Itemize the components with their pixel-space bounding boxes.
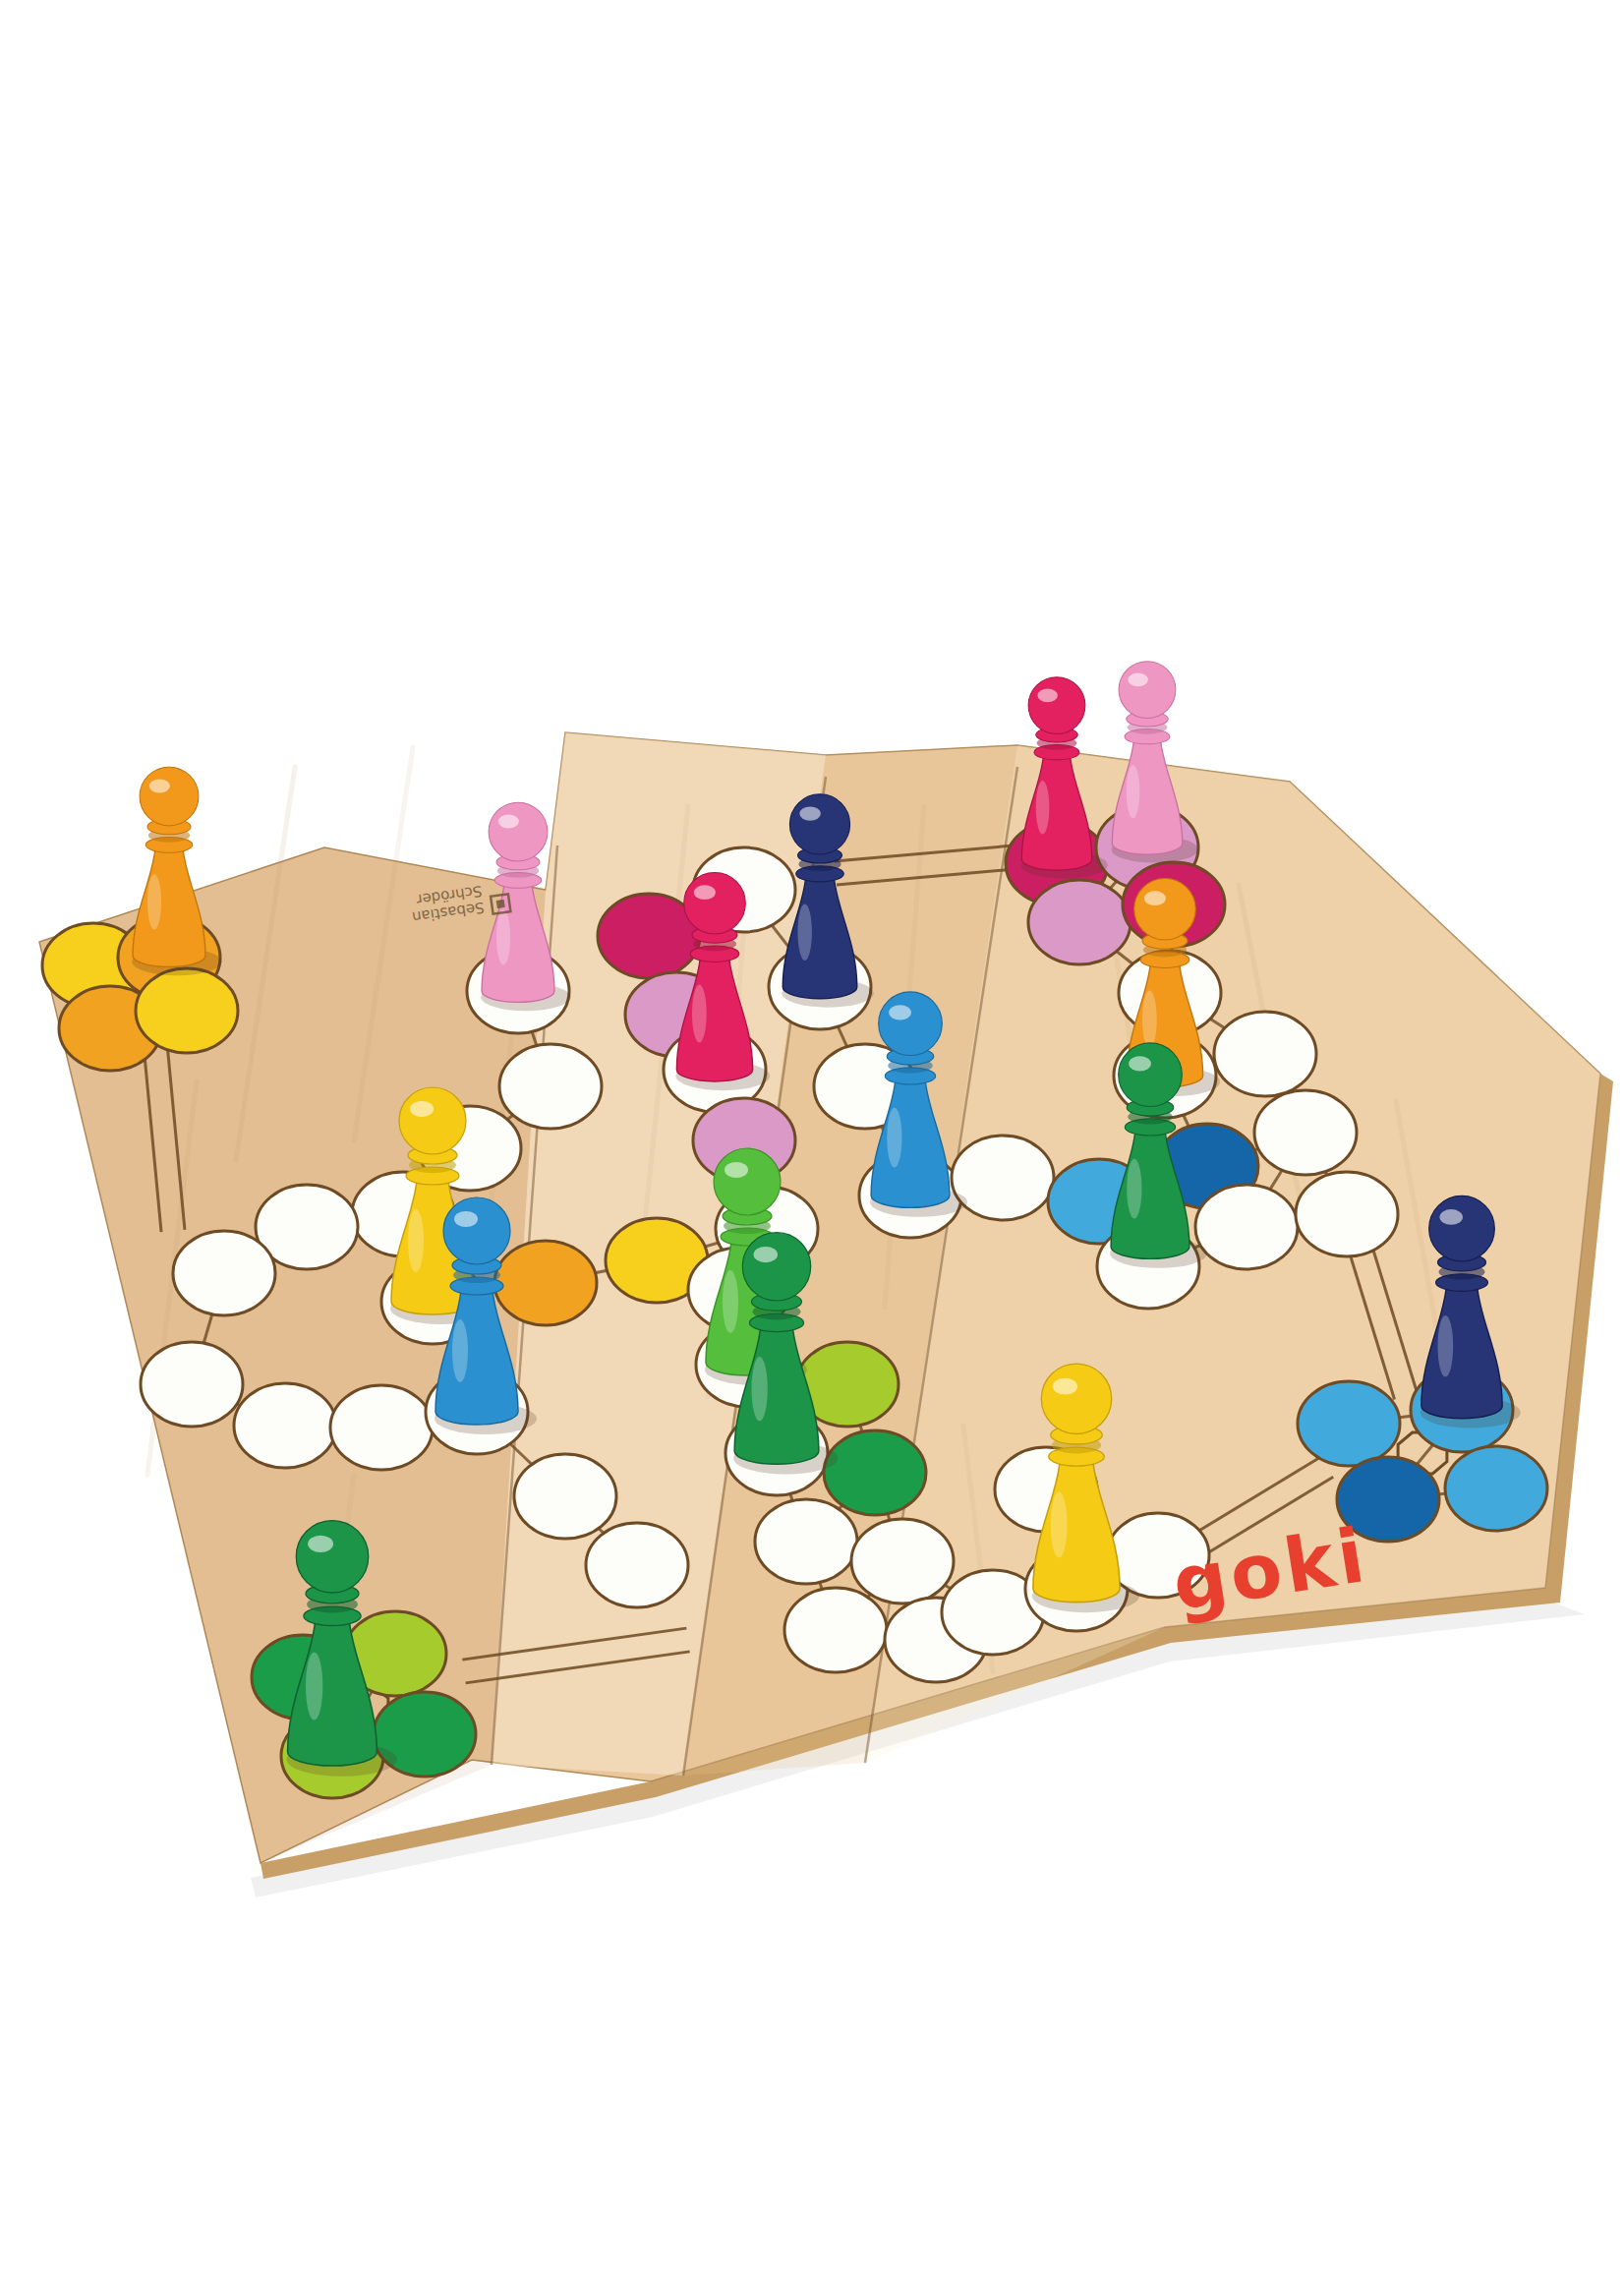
pawn-head xyxy=(879,992,943,1056)
board-circle-lp[interactable] xyxy=(1028,880,1131,964)
pawn-head-highlight xyxy=(799,806,821,820)
board-circle-w[interactable] xyxy=(234,1383,336,1468)
pawn-head xyxy=(742,1233,810,1301)
pawn-head xyxy=(489,802,548,861)
product-photo: Sebastian Schröder goki xyxy=(0,0,1624,2274)
board-circle-w[interactable] xyxy=(755,1499,857,1584)
pawn-body-highlight xyxy=(752,1357,768,1421)
pawn-body-highlight xyxy=(147,874,161,929)
pawn-body-highlight xyxy=(1438,1315,1454,1377)
pawn-body-highlight xyxy=(1142,991,1157,1049)
board-circle-w[interactable] xyxy=(784,1588,887,1672)
stamp-logo-dot-icon xyxy=(496,900,505,908)
pawn-head-highlight xyxy=(308,1536,333,1552)
ludo-board: Sebastian Schröder goki xyxy=(0,0,1624,2274)
pawn-head-highlight xyxy=(1037,689,1057,703)
board-circle-y[interactable] xyxy=(136,968,238,1053)
pawn-body-highlight xyxy=(496,909,510,964)
board-circle-w[interactable] xyxy=(586,1523,688,1607)
pawn-head-highlight xyxy=(1129,1056,1151,1071)
pawn-head-highlight xyxy=(1439,1209,1463,1225)
pawn-head xyxy=(714,1148,781,1215)
pawn-head-highlight xyxy=(1053,1378,1077,1395)
pawn-body-highlight xyxy=(723,1270,738,1333)
pawn-head xyxy=(296,1521,368,1593)
board-circle-w[interactable] xyxy=(330,1385,433,1470)
pawn-head xyxy=(1028,677,1085,734)
board-circle-w[interactable] xyxy=(1254,1090,1357,1175)
pawn-head-highlight xyxy=(410,1101,434,1117)
pawn-head xyxy=(443,1197,510,1264)
board-circle-lb[interactable] xyxy=(1298,1381,1400,1466)
pawn-head-highlight xyxy=(1128,673,1147,687)
pawn-head-highlight xyxy=(725,1162,748,1178)
pawn-head xyxy=(1119,1043,1183,1107)
pawn-head xyxy=(1429,1195,1495,1261)
pawn-head xyxy=(399,1087,466,1154)
pawn-body xyxy=(1112,740,1182,854)
board-circle-w[interactable] xyxy=(173,1231,275,1315)
board-circle-w[interactable] xyxy=(1214,1012,1316,1096)
pawn-body xyxy=(133,848,205,967)
pawn-body-highlight xyxy=(1036,781,1050,834)
pawn-head xyxy=(140,767,199,826)
pawn-body-highlight xyxy=(306,1652,322,1720)
board-circle-w[interactable] xyxy=(499,1044,602,1129)
board-circle-w[interactable] xyxy=(952,1136,1054,1220)
pawn-body-highlight xyxy=(408,1209,424,1272)
board-circle-o[interactable] xyxy=(494,1241,597,1325)
pawn-head-highlight xyxy=(149,779,170,792)
pawn-body-highlight xyxy=(887,1108,901,1168)
pawn-head-highlight xyxy=(454,1211,478,1227)
pawn-head-highlight xyxy=(694,885,716,900)
board-circle-lb[interactable] xyxy=(1445,1446,1547,1531)
board-circle-w[interactable] xyxy=(851,1519,954,1603)
pawn-head-highlight xyxy=(498,814,519,828)
board-circle-w[interactable] xyxy=(1296,1172,1398,1256)
pawn-head xyxy=(1134,878,1196,940)
pawn-body-highlight xyxy=(1127,765,1140,818)
pawn-head xyxy=(1041,1364,1111,1433)
pawn-body-highlight xyxy=(692,985,707,1043)
pawn-head-highlight xyxy=(754,1247,778,1262)
pawn-body-highlight xyxy=(452,1319,468,1382)
pawn-head-highlight xyxy=(889,1005,911,1020)
pawn-head-highlight xyxy=(1144,891,1166,905)
pawn-body-highlight xyxy=(798,904,812,961)
pawn-head xyxy=(789,794,849,854)
board-circle-w[interactable] xyxy=(141,1342,243,1427)
pawn-head xyxy=(684,872,746,934)
board-circle-w[interactable] xyxy=(1195,1185,1298,1269)
pawn-head xyxy=(1119,662,1176,719)
board-circle-dg[interactable] xyxy=(824,1430,926,1515)
pawn-body-highlight xyxy=(1127,1159,1141,1219)
pawn-body-highlight xyxy=(1051,1491,1068,1557)
board-circle-w[interactable] xyxy=(514,1454,616,1539)
